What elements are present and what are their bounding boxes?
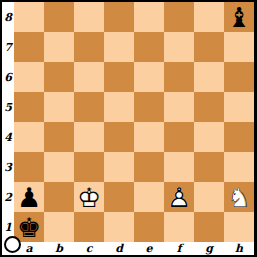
square-b7[interactable] — [44, 32, 74, 62]
white-knight-icon: ♞♘ — [224, 182, 254, 212]
square-d2[interactable] — [104, 182, 134, 212]
file-label-h: h — [224, 242, 254, 255]
square-d8[interactable] — [104, 2, 134, 32]
square-h6[interactable] — [224, 62, 254, 92]
black-bishop-icon: ♝ — [224, 2, 254, 32]
square-d7[interactable] — [104, 32, 134, 62]
square-e3[interactable] — [134, 152, 164, 182]
square-f2[interactable]: ♟♙ — [164, 182, 194, 212]
square-f6[interactable] — [164, 62, 194, 92]
file-label-c: c — [74, 242, 104, 255]
square-f5[interactable] — [164, 92, 194, 122]
piece-outline-layer: ♔ — [74, 182, 104, 212]
square-c6[interactable] — [74, 62, 104, 92]
square-c8[interactable] — [74, 2, 104, 32]
square-d1[interactable] — [104, 212, 134, 242]
square-e5[interactable] — [134, 92, 164, 122]
square-a7[interactable] — [14, 32, 44, 62]
square-e4[interactable] — [134, 122, 164, 152]
square-b1[interactable] — [44, 212, 74, 242]
square-e8[interactable] — [134, 2, 164, 32]
side-to-move-indicator — [4, 236, 21, 253]
square-c4[interactable] — [74, 122, 104, 152]
rank-label-5: 5 — [2, 92, 14, 122]
square-b5[interactable] — [44, 92, 74, 122]
square-g1[interactable] — [194, 212, 224, 242]
square-d4[interactable] — [104, 122, 134, 152]
rank-label-3: 3 — [2, 152, 14, 182]
square-c1[interactable] — [74, 212, 104, 242]
square-a2[interactable]: ♟ — [14, 182, 44, 212]
rank-label-7: 7 — [2, 32, 14, 62]
square-d3[interactable] — [104, 152, 134, 182]
square-f7[interactable] — [164, 32, 194, 62]
square-h7[interactable] — [224, 32, 254, 62]
square-h1[interactable] — [224, 212, 254, 242]
square-d5[interactable] — [104, 92, 134, 122]
chess-diagram: 8♝765432♟♚♔♟♙♞♘1♚abcdefgh — [0, 0, 257, 257]
square-h3[interactable] — [224, 152, 254, 182]
square-b3[interactable] — [44, 152, 74, 182]
rank-label-6: 6 — [2, 62, 14, 92]
square-g3[interactable] — [194, 152, 224, 182]
square-g2[interactable] — [194, 182, 224, 212]
rank-label-4: 4 — [2, 122, 14, 152]
square-b8[interactable] — [44, 2, 74, 32]
piece-outline-layer: ♘ — [224, 182, 254, 212]
square-a6[interactable] — [14, 62, 44, 92]
square-h2[interactable]: ♞♘ — [224, 182, 254, 212]
file-label-g: g — [194, 242, 224, 255]
file-label-b: b — [44, 242, 74, 255]
file-label-d: d — [104, 242, 134, 255]
rank-label-8: 8 — [2, 2, 14, 32]
square-h8[interactable]: ♝ — [224, 2, 254, 32]
square-e2[interactable] — [134, 182, 164, 212]
square-h5[interactable] — [224, 92, 254, 122]
square-g5[interactable] — [194, 92, 224, 122]
square-h4[interactable] — [224, 122, 254, 152]
square-e1[interactable] — [134, 212, 164, 242]
square-c3[interactable] — [74, 152, 104, 182]
square-d6[interactable] — [104, 62, 134, 92]
square-a3[interactable] — [14, 152, 44, 182]
square-c2[interactable]: ♚♔ — [74, 182, 104, 212]
black-pawn-icon: ♟ — [14, 182, 44, 212]
square-c7[interactable] — [74, 32, 104, 62]
white-king-icon: ♚♔ — [74, 182, 104, 212]
file-label-f: f — [164, 242, 194, 255]
square-f8[interactable] — [164, 2, 194, 32]
square-b2[interactable] — [44, 182, 74, 212]
rank-label-2: 2 — [2, 182, 14, 212]
square-f4[interactable] — [164, 122, 194, 152]
square-f1[interactable] — [164, 212, 194, 242]
square-e6[interactable] — [134, 62, 164, 92]
square-b4[interactable] — [44, 122, 74, 152]
square-b6[interactable] — [44, 62, 74, 92]
file-label-e: e — [134, 242, 164, 255]
square-g4[interactable] — [194, 122, 224, 152]
piece-outline-layer: ♙ — [164, 182, 194, 212]
square-c5[interactable] — [74, 92, 104, 122]
square-g6[interactable] — [194, 62, 224, 92]
square-a5[interactable] — [14, 92, 44, 122]
white-pawn-icon: ♟♙ — [164, 182, 194, 212]
square-f3[interactable] — [164, 152, 194, 182]
square-g8[interactable] — [194, 2, 224, 32]
square-a8[interactable] — [14, 2, 44, 32]
square-a4[interactable] — [14, 122, 44, 152]
square-g7[interactable] — [194, 32, 224, 62]
square-e7[interactable] — [134, 32, 164, 62]
board-grid: 8♝765432♟♚♔♟♙♞♘1♚abcdefgh — [2, 2, 254, 255]
